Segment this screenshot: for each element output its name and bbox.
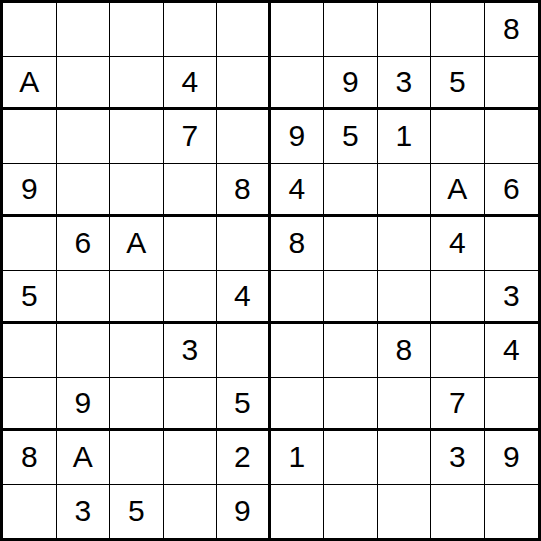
cell-given[interactable]: 4 — [217, 271, 271, 325]
cell-empty[interactable] — [378, 164, 432, 218]
cell-value: 9 — [503, 442, 520, 472]
cell-value: 8 — [21, 442, 38, 472]
cell-empty[interactable] — [110, 164, 164, 218]
cell-value: 4 — [449, 228, 466, 258]
cell-value: 4 — [503, 335, 520, 365]
cell-empty[interactable] — [164, 485, 218, 539]
cell-value: 5 — [449, 67, 466, 97]
cell-empty[interactable] — [271, 57, 325, 111]
cell-empty[interactable] — [324, 217, 378, 271]
cell-given[interactable]: 4 — [164, 57, 218, 111]
cell-empty[interactable] — [217, 217, 271, 271]
cell-given[interactable]: 8 — [378, 324, 432, 378]
cell-value: 4 — [234, 281, 251, 311]
cell-empty[interactable] — [57, 271, 111, 325]
cell-value: A — [19, 67, 39, 97]
cell-given[interactable]: A — [110, 217, 164, 271]
cell-given[interactable]: 3 — [431, 431, 485, 485]
cell-value: 9 — [288, 121, 305, 151]
cell-given[interactable]: 4 — [271, 164, 325, 218]
cell-empty[interactable] — [110, 271, 164, 325]
cell-empty[interactable] — [57, 3, 111, 57]
cell-value: 8 — [395, 335, 412, 365]
cell-value: 3 — [181, 335, 198, 365]
cell-empty[interactable] — [110, 3, 164, 57]
cell-value: 4 — [181, 67, 198, 97]
cell-empty[interactable] — [324, 431, 378, 485]
cell-value: 8 — [503, 14, 520, 44]
cell-given[interactable]: A — [3, 57, 57, 111]
cell-value: 5 — [342, 121, 359, 151]
cell-value: A — [73, 442, 93, 472]
cell-empty[interactable] — [485, 485, 539, 539]
cell-value: 8 — [288, 228, 305, 258]
cell-given[interactable]: 5 — [324, 110, 378, 164]
cell-value: 5 — [128, 496, 145, 526]
cell-empty[interactable] — [217, 3, 271, 57]
cell-empty[interactable] — [271, 378, 325, 432]
cell-empty[interactable] — [217, 324, 271, 378]
cell-empty[interactable] — [378, 431, 432, 485]
cell-given[interactable]: 8 — [271, 217, 325, 271]
cell-given[interactable]: A — [431, 164, 485, 218]
cell-given[interactable]: 9 — [3, 164, 57, 218]
cell-empty[interactable] — [324, 378, 378, 432]
cell-empty[interactable] — [485, 110, 539, 164]
cell-empty[interactable] — [271, 324, 325, 378]
cell-empty[interactable] — [378, 378, 432, 432]
cell-value: 1 — [395, 121, 412, 151]
cell-empty[interactable] — [57, 164, 111, 218]
cell-value: A — [126, 228, 146, 258]
cell-value: 3 — [449, 442, 466, 472]
cell-empty[interactable] — [431, 3, 485, 57]
cell-empty[interactable] — [324, 485, 378, 539]
cell-given[interactable]: 7 — [164, 110, 218, 164]
cell-value: 8 — [234, 174, 251, 204]
cell-value: 5 — [21, 281, 38, 311]
cell-given[interactable]: 6 — [485, 164, 539, 218]
cell-value: 5 — [234, 388, 251, 418]
cell-value: 3 — [503, 281, 520, 311]
cell-empty[interactable] — [3, 110, 57, 164]
cell-given[interactable]: 9 — [324, 57, 378, 111]
cell-empty[interactable] — [431, 485, 485, 539]
cell-given[interactable]: 4 — [431, 217, 485, 271]
cell-empty[interactable] — [217, 110, 271, 164]
cell-empty[interactable] — [110, 324, 164, 378]
cell-given[interactable]: 9 — [485, 431, 539, 485]
cell-empty[interactable] — [164, 378, 218, 432]
cell-given[interactable]: 6 — [57, 217, 111, 271]
sudoku-board: 8A49357951984A66A845433849578A2139359 — [0, 0, 541, 541]
cell-given[interactable]: 9 — [217, 485, 271, 539]
cell-empty[interactable] — [110, 431, 164, 485]
cell-empty[interactable] — [3, 485, 57, 539]
cell-empty[interactable] — [110, 110, 164, 164]
cell-empty[interactable] — [324, 324, 378, 378]
cell-empty[interactable] — [164, 431, 218, 485]
cell-value: 7 — [449, 388, 466, 418]
cell-empty[interactable] — [57, 57, 111, 111]
cell-value: 9 — [21, 174, 38, 204]
cell-empty[interactable] — [3, 3, 57, 57]
cell-empty[interactable] — [110, 378, 164, 432]
cell-empty[interactable] — [164, 164, 218, 218]
cell-value: 3 — [395, 67, 412, 97]
cell-empty[interactable] — [324, 271, 378, 325]
cell-value: 3 — [74, 496, 91, 526]
cell-value: 6 — [74, 228, 91, 258]
cell-given[interactable]: 9 — [57, 378, 111, 432]
cell-empty[interactable] — [164, 217, 218, 271]
cell-given[interactable]: 5 — [110, 485, 164, 539]
cell-value: 2 — [234, 442, 251, 472]
cell-empty[interactable] — [164, 3, 218, 57]
cell-given[interactable]: 3 — [164, 324, 218, 378]
cell-given[interactable]: A — [57, 431, 111, 485]
cell-given[interactable]: 3 — [485, 271, 539, 325]
cell-empty[interactable] — [57, 324, 111, 378]
cell-empty[interactable] — [378, 3, 432, 57]
cell-empty[interactable] — [431, 271, 485, 325]
cell-given[interactable]: 1 — [271, 431, 325, 485]
cell-given[interactable]: 8 — [3, 431, 57, 485]
cell-empty[interactable] — [217, 57, 271, 111]
cell-value: 9 — [342, 67, 359, 97]
cell-given[interactable]: 2 — [217, 431, 271, 485]
cell-empty[interactable] — [57, 110, 111, 164]
cell-empty[interactable] — [485, 217, 539, 271]
cell-given[interactable]: 3 — [378, 57, 432, 111]
cell-empty[interactable] — [485, 57, 539, 111]
cell-empty[interactable] — [431, 324, 485, 378]
cell-empty[interactable] — [431, 110, 485, 164]
cell-empty[interactable] — [271, 271, 325, 325]
cell-value: 6 — [503, 174, 520, 204]
cell-empty[interactable] — [378, 485, 432, 539]
cell-given[interactable]: 9 — [271, 110, 325, 164]
cell-given[interactable]: 4 — [485, 324, 539, 378]
cell-empty[interactable] — [164, 271, 218, 325]
cell-given[interactable]: 5 — [431, 57, 485, 111]
cell-given[interactable]: 5 — [3, 271, 57, 325]
cell-given[interactable]: 1 — [378, 110, 432, 164]
cell-empty[interactable] — [271, 3, 325, 57]
cell-empty[interactable] — [378, 271, 432, 325]
cell-value: 7 — [181, 121, 198, 151]
cell-value: 9 — [74, 388, 91, 418]
cell-empty[interactable] — [3, 217, 57, 271]
cell-empty[interactable] — [3, 324, 57, 378]
cell-empty[interactable] — [324, 3, 378, 57]
cell-value: A — [447, 174, 467, 204]
cell-empty[interactable] — [485, 378, 539, 432]
cell-given[interactable]: 8 — [217, 164, 271, 218]
cell-empty[interactable] — [110, 57, 164, 111]
cell-given[interactable]: 8 — [485, 3, 539, 57]
cell-given[interactable]: 3 — [57, 485, 111, 539]
cell-empty[interactable] — [324, 164, 378, 218]
cell-given[interactable]: 7 — [431, 378, 485, 432]
cell-given[interactable]: 5 — [217, 378, 271, 432]
cell-value: 9 — [234, 496, 251, 526]
cell-value: 1 — [288, 442, 305, 472]
cell-empty[interactable] — [271, 485, 325, 539]
cell-empty[interactable] — [3, 378, 57, 432]
cell-value: 4 — [288, 174, 305, 204]
cell-empty[interactable] — [378, 217, 432, 271]
